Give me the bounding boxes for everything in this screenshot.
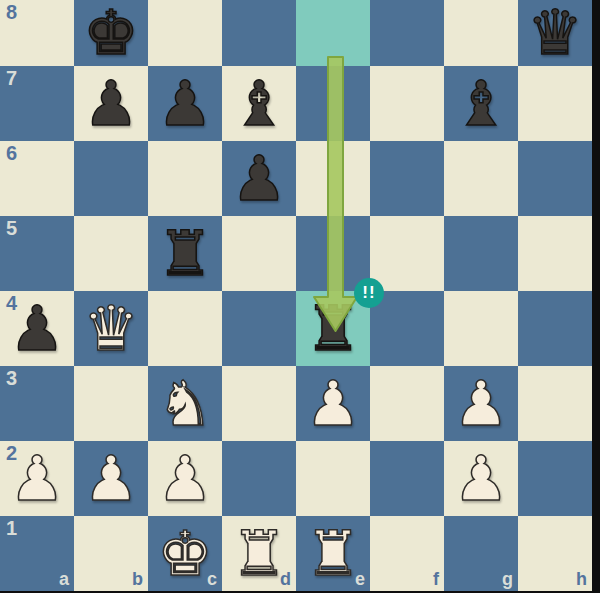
piece-black-pawn-d6[interactable]: ♟ xyxy=(231,148,287,210)
square-g2[interactable]: ♟ xyxy=(444,441,518,516)
square-h3[interactable] xyxy=(518,366,592,441)
square-f7[interactable] xyxy=(370,66,444,141)
piece-black-pawn-a4[interactable]: ♟ xyxy=(9,298,65,360)
piece-white-pawn-g3[interactable]: ♟ xyxy=(453,373,509,435)
piece-black-king-b8[interactable]: ♚ xyxy=(83,2,139,64)
square-a2[interactable]: 2♟ xyxy=(0,441,74,516)
square-b1[interactable]: b xyxy=(74,516,148,591)
square-a6[interactable]: 6 xyxy=(0,141,74,216)
piece-white-knight-c3[interactable]: ♞ xyxy=(157,373,213,435)
piece-black-rook-e4[interactable]: ♜ xyxy=(305,298,361,360)
piece-black-rook-c5[interactable]: ♜ xyxy=(157,223,213,285)
board-container: 8♚♛7♟♟♝♝6♟5♜4♟♛♜3♞♟♟2♟♟♟♟1abc♚d♜e♜fgh !! xyxy=(0,0,600,593)
square-g1[interactable]: g xyxy=(444,516,518,591)
square-d4[interactable] xyxy=(222,291,296,366)
piece-white-pawn-g2[interactable]: ♟ xyxy=(453,448,509,510)
square-h7[interactable] xyxy=(518,66,592,141)
piece-black-bishop-g7[interactable]: ♝ xyxy=(453,73,509,135)
square-b7[interactable]: ♟ xyxy=(74,66,148,141)
square-h1[interactable]: h xyxy=(518,516,592,591)
piece-white-pawn-c2[interactable]: ♟ xyxy=(157,448,213,510)
square-e8[interactable] xyxy=(296,0,370,66)
square-h6[interactable] xyxy=(518,141,592,216)
square-g7[interactable]: ♝ xyxy=(444,66,518,141)
piece-white-pawn-e3[interactable]: ♟ xyxy=(305,373,361,435)
file-label-g: g xyxy=(502,569,513,590)
square-g4[interactable] xyxy=(444,291,518,366)
square-g3[interactable]: ♟ xyxy=(444,366,518,441)
square-g6[interactable] xyxy=(444,141,518,216)
square-c7[interactable]: ♟ xyxy=(148,66,222,141)
square-f4[interactable] xyxy=(370,291,444,366)
piece-white-queen-b4[interactable]: ♛ xyxy=(83,298,139,360)
square-e2[interactable] xyxy=(296,441,370,516)
square-d3[interactable] xyxy=(222,366,296,441)
square-h2[interactable] xyxy=(518,441,592,516)
square-b2[interactable]: ♟ xyxy=(74,441,148,516)
chess-board: 8♚♛7♟♟♝♝6♟5♜4♟♛♜3♞♟♟2♟♟♟♟1abc♚d♜e♜fgh xyxy=(0,0,592,591)
square-d2[interactable] xyxy=(222,441,296,516)
square-c8[interactable] xyxy=(148,0,222,66)
piece-black-pawn-b7[interactable]: ♟ xyxy=(83,73,139,135)
file-label-a: a xyxy=(59,569,69,590)
square-d5[interactable] xyxy=(222,216,296,291)
square-c6[interactable] xyxy=(148,141,222,216)
square-a5[interactable]: 5 xyxy=(0,216,74,291)
square-b6[interactable] xyxy=(74,141,148,216)
rank-label-6: 6 xyxy=(6,142,17,165)
file-label-f: f xyxy=(433,569,439,590)
square-a4[interactable]: 4♟ xyxy=(0,291,74,366)
file-label-b: b xyxy=(132,569,143,590)
rank-label-1: 1 xyxy=(6,517,17,540)
badge-text: !! xyxy=(362,283,375,303)
square-c5[interactable]: ♜ xyxy=(148,216,222,291)
square-e7[interactable] xyxy=(296,66,370,141)
piece-black-queen-h8[interactable]: ♛ xyxy=(527,2,583,64)
square-b5[interactable] xyxy=(74,216,148,291)
rank-label-8: 8 xyxy=(6,1,17,24)
square-d6[interactable]: ♟ xyxy=(222,141,296,216)
square-d8[interactable] xyxy=(222,0,296,66)
square-d7[interactable]: ♝ xyxy=(222,66,296,141)
square-b3[interactable] xyxy=(74,366,148,441)
square-h5[interactable] xyxy=(518,216,592,291)
square-e6[interactable] xyxy=(296,141,370,216)
square-a1[interactable]: 1a xyxy=(0,516,74,591)
square-a8[interactable]: 8 xyxy=(0,0,74,66)
square-c4[interactable] xyxy=(148,291,222,366)
rank-label-7: 7 xyxy=(6,67,17,90)
square-h4[interactable] xyxy=(518,291,592,366)
square-e1[interactable]: e♜ xyxy=(296,516,370,591)
square-g8[interactable] xyxy=(444,0,518,66)
square-g5[interactable] xyxy=(444,216,518,291)
square-f1[interactable]: f xyxy=(370,516,444,591)
piece-black-bishop-d7[interactable]: ♝ xyxy=(231,73,287,135)
square-e3[interactable]: ♟ xyxy=(296,366,370,441)
piece-white-king-c1[interactable]: ♚ xyxy=(157,523,213,585)
square-f6[interactable] xyxy=(370,141,444,216)
square-a7[interactable]: 7 xyxy=(0,66,74,141)
square-a3[interactable]: 3 xyxy=(0,366,74,441)
piece-black-pawn-c7[interactable]: ♟ xyxy=(157,73,213,135)
square-b4[interactable]: ♛ xyxy=(74,291,148,366)
rank-label-5: 5 xyxy=(6,217,17,240)
brilliant-move-badge: !! xyxy=(354,278,384,308)
file-label-h: h xyxy=(576,569,587,590)
square-d1[interactable]: d♜ xyxy=(222,516,296,591)
square-c3[interactable]: ♞ xyxy=(148,366,222,441)
square-c1[interactable]: c♚ xyxy=(148,516,222,591)
piece-white-pawn-b2[interactable]: ♟ xyxy=(83,448,139,510)
square-e5[interactable] xyxy=(296,216,370,291)
square-h8[interactable]: ♛ xyxy=(518,0,592,66)
square-f3[interactable] xyxy=(370,366,444,441)
rank-label-3: 3 xyxy=(6,367,17,390)
square-b8[interactable]: ♚ xyxy=(74,0,148,66)
piece-white-pawn-a2[interactable]: ♟ xyxy=(9,448,65,510)
square-f2[interactable] xyxy=(370,441,444,516)
square-f5[interactable] xyxy=(370,216,444,291)
piece-white-rook-d1[interactable]: ♜ xyxy=(231,523,287,585)
square-f8[interactable] xyxy=(370,0,444,66)
square-c2[interactable]: ♟ xyxy=(148,441,222,516)
piece-white-rook-e1[interactable]: ♜ xyxy=(305,523,361,585)
